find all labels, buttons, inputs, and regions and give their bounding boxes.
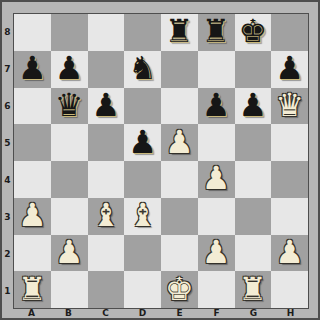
square-g4[interactable] <box>235 161 272 198</box>
square-g1[interactable]: ♜ <box>235 271 272 308</box>
square-f8[interactable]: ♜ <box>198 14 235 51</box>
square-a7[interactable]: ♟ <box>14 51 51 88</box>
square-b6[interactable]: ♛ <box>51 88 88 125</box>
square-g7[interactable] <box>235 51 272 88</box>
square-d1[interactable] <box>124 271 161 308</box>
square-e8[interactable]: ♜ <box>161 14 198 51</box>
piece-black-pawn[interactable]: ♟ <box>128 126 157 158</box>
square-g3[interactable] <box>235 198 272 235</box>
square-f7[interactable] <box>198 51 235 88</box>
rank-label-1: 1 <box>2 272 13 309</box>
rank-label-8: 8 <box>2 13 13 50</box>
square-a8[interactable] <box>14 14 51 51</box>
square-c4[interactable] <box>88 161 125 198</box>
square-a4[interactable] <box>14 161 51 198</box>
board: ♜♜♚♟♟♞♟♛♟♟♟♛♟♟♟♟♝♝♟♟♟♜♚♜ <box>13 13 309 309</box>
square-h6[interactable]: ♛ <box>271 88 308 125</box>
square-c6[interactable]: ♟ <box>88 88 125 125</box>
square-f6[interactable]: ♟ <box>198 88 235 125</box>
square-d3[interactable]: ♝ <box>124 198 161 235</box>
square-h2[interactable]: ♟ <box>271 235 308 272</box>
piece-black-rook[interactable]: ♜ <box>202 15 231 47</box>
piece-white-pawn[interactable]: ♟ <box>55 236 84 268</box>
square-e7[interactable] <box>161 51 198 88</box>
square-c5[interactable] <box>88 124 125 161</box>
rank-label-2: 2 <box>2 235 13 272</box>
square-e3[interactable] <box>161 198 198 235</box>
piece-black-pawn[interactable]: ♟ <box>18 52 47 84</box>
square-f5[interactable] <box>198 124 235 161</box>
piece-white-pawn[interactable]: ♟ <box>165 126 194 158</box>
square-a3[interactable]: ♟ <box>14 198 51 235</box>
square-c1[interactable] <box>88 271 125 308</box>
square-g5[interactable] <box>235 124 272 161</box>
square-f3[interactable] <box>198 198 235 235</box>
piece-black-pawn[interactable]: ♟ <box>55 52 84 84</box>
file-label-c: C <box>87 308 124 318</box>
rank-label-7: 7 <box>2 50 13 87</box>
square-b2[interactable]: ♟ <box>51 235 88 272</box>
file-label-e: E <box>161 308 198 318</box>
square-h7[interactable]: ♟ <box>271 51 308 88</box>
rank-label-4: 4 <box>2 161 13 198</box>
square-f1[interactable] <box>198 271 235 308</box>
square-d8[interactable] <box>124 14 161 51</box>
square-g8[interactable]: ♚ <box>235 14 272 51</box>
piece-black-queen[interactable]: ♛ <box>55 89 84 121</box>
square-h3[interactable] <box>271 198 308 235</box>
file-label-b: B <box>50 308 87 318</box>
square-b1[interactable] <box>51 271 88 308</box>
square-d7[interactable]: ♞ <box>124 51 161 88</box>
square-d4[interactable] <box>124 161 161 198</box>
square-c8[interactable] <box>88 14 125 51</box>
square-b5[interactable] <box>51 124 88 161</box>
piece-white-king[interactable]: ♚ <box>165 273 194 305</box>
square-h4[interactable] <box>271 161 308 198</box>
square-h8[interactable] <box>271 14 308 51</box>
square-e6[interactable] <box>161 88 198 125</box>
piece-black-pawn[interactable]: ♟ <box>92 89 121 121</box>
file-label-a: A <box>13 308 50 318</box>
square-g6[interactable]: ♟ <box>235 88 272 125</box>
piece-black-pawn[interactable]: ♟ <box>202 89 231 121</box>
square-e2[interactable] <box>161 235 198 272</box>
square-g2[interactable] <box>235 235 272 272</box>
square-b7[interactable]: ♟ <box>51 51 88 88</box>
square-d6[interactable] <box>124 88 161 125</box>
square-a5[interactable] <box>14 124 51 161</box>
square-f2[interactable]: ♟ <box>198 235 235 272</box>
piece-white-queen[interactable]: ♛ <box>275 89 304 121</box>
file-labels: ABCDEFGH <box>13 308 309 318</box>
square-c7[interactable] <box>88 51 125 88</box>
square-h5[interactable] <box>271 124 308 161</box>
square-a2[interactable] <box>14 235 51 272</box>
square-b8[interactable] <box>51 14 88 51</box>
square-f4[interactable]: ♟ <box>198 161 235 198</box>
square-d5[interactable]: ♟ <box>124 124 161 161</box>
square-e5[interactable]: ♟ <box>161 124 198 161</box>
square-c3[interactable]: ♝ <box>88 198 125 235</box>
rank-labels: 87654321 <box>2 13 13 309</box>
chess-diagram: 87654321 ♜♜♚♟♟♞♟♛♟♟♟♛♟♟♟♟♝♝♟♟♟♜♚♜ ABCDEF… <box>0 0 320 320</box>
file-label-d: D <box>124 308 161 318</box>
piece-white-bishop[interactable]: ♝ <box>128 199 157 231</box>
piece-white-pawn[interactable]: ♟ <box>202 162 231 194</box>
file-label-g: G <box>235 308 272 318</box>
piece-white-pawn[interactable]: ♟ <box>18 199 47 231</box>
piece-black-king[interactable]: ♚ <box>239 15 268 47</box>
file-label-f: F <box>198 308 235 318</box>
square-b3[interactable] <box>51 198 88 235</box>
square-h1[interactable] <box>271 271 308 308</box>
square-e1[interactable]: ♚ <box>161 271 198 308</box>
piece-white-rook[interactable]: ♜ <box>18 273 47 305</box>
square-e4[interactable] <box>161 161 198 198</box>
rank-label-5: 5 <box>2 124 13 161</box>
square-a6[interactable] <box>14 88 51 125</box>
square-c2[interactable] <box>88 235 125 272</box>
piece-black-pawn[interactable]: ♟ <box>275 52 304 84</box>
rank-label-3: 3 <box>2 198 13 235</box>
rank-label-6: 6 <box>2 87 13 124</box>
piece-white-pawn[interactable]: ♟ <box>202 236 231 268</box>
file-label-h: H <box>272 308 309 318</box>
square-d2[interactable] <box>124 235 161 272</box>
piece-white-pawn[interactable]: ♟ <box>275 236 304 268</box>
piece-black-pawn[interactable]: ♟ <box>239 89 268 121</box>
piece-black-knight[interactable]: ♞ <box>128 52 157 84</box>
piece-white-bishop[interactable]: ♝ <box>92 199 121 231</box>
square-a1[interactable]: ♜ <box>14 271 51 308</box>
piece-white-rook[interactable]: ♜ <box>239 273 268 305</box>
square-b4[interactable] <box>51 161 88 198</box>
piece-black-rook[interactable]: ♜ <box>165 15 194 47</box>
